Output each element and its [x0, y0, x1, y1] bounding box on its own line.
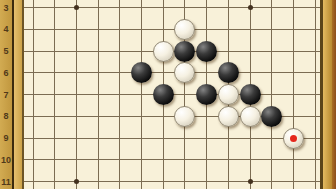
- black-stone: [261, 106, 282, 127]
- black-stone: [153, 84, 174, 105]
- star-point: [248, 5, 253, 10]
- star-point: [248, 179, 253, 184]
- black-stone: [196, 41, 217, 62]
- row-label: 11: [0, 177, 12, 187]
- white-stone: [218, 84, 239, 105]
- row-label: 9: [0, 133, 12, 143]
- row-label: 5: [0, 46, 12, 56]
- grid-line-horizontal: [24, 138, 320, 139]
- black-stone: [174, 41, 195, 62]
- grid-line-horizontal: [24, 181, 320, 182]
- row-label: 7: [0, 90, 12, 100]
- white-stone: [218, 106, 239, 127]
- row-label: 4: [0, 24, 12, 34]
- row-label: 10: [0, 155, 12, 165]
- black-stone: [218, 62, 239, 83]
- row-label: 3: [0, 3, 12, 13]
- grid-line-horizontal: [24, 7, 320, 8]
- white-stone: [153, 41, 174, 62]
- board-left-frame: [14, 0, 22, 189]
- row-label: 6: [0, 68, 12, 78]
- grid-line-horizontal: [24, 159, 320, 160]
- board-right-frame: [323, 0, 333, 189]
- board-right-outer-edge: [332, 0, 336, 189]
- grid-line-horizontal: [24, 72, 320, 73]
- gomoku-board-screenshot: 34567891011: [0, 0, 336, 189]
- last-move-marker: [290, 135, 297, 142]
- black-stone: [240, 84, 261, 105]
- grid-line-horizontal: [24, 29, 320, 30]
- white-stone: [240, 106, 261, 127]
- row-label: 8: [0, 111, 12, 121]
